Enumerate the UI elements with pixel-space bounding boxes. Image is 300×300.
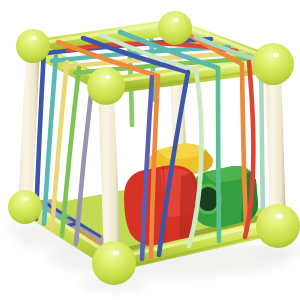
ball-front-top-left [87,67,125,105]
band-front-teal [218,68,219,241]
ball-front-bottom-right [256,204,300,248]
band-front-sage [261,61,263,228]
ball-back-top-left-highlight [31,36,37,40]
product-photo [0,0,300,300]
ball-back-top-right [158,11,192,45]
toy-cube-illustration [0,0,300,300]
ball-back-bottom-left [8,190,42,224]
ball-front-bottom-left [92,241,136,285]
ball-front-bottom-right-highlight [277,213,284,218]
ball-back-top-right-highlight [173,18,179,22]
ball-back-top-left [16,29,50,63]
ball-front-top-right-highlight [273,53,279,58]
ball-back-bottom-left-highlight [23,197,28,201]
ball-front-top-left-highlight [105,75,111,80]
ball-front-top-right [252,43,294,85]
ball-front-bottom-left-highlight [113,250,120,255]
